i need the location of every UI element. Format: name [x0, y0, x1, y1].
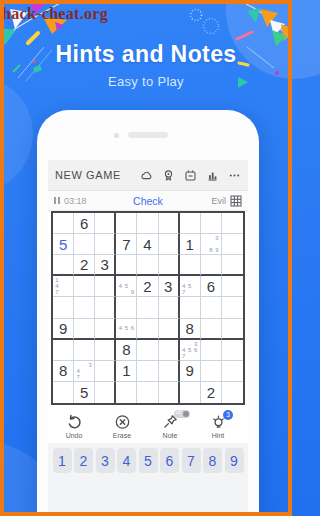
stats-icon[interactable]: [205, 168, 219, 182]
cell-r9c7[interactable]: [180, 382, 201, 403]
timer-value: 03:18: [64, 196, 87, 206]
cell-r1c1[interactable]: [53, 213, 74, 234]
difficulty-label: Evil: [211, 196, 226, 206]
erase-label: Erase: [113, 432, 131, 439]
watermark: hack-cheat.org: [2, 5, 108, 23]
cell-r1c8[interactable]: [201, 213, 222, 234]
numpad-key-5[interactable]: 5: [139, 448, 158, 473]
given-digit: 5: [80, 384, 88, 401]
cell-r4c9[interactable]: [222, 276, 243, 297]
cell-r5c4[interactable]: [116, 297, 137, 318]
hint-button[interactable]: 3 Hint: [200, 414, 236, 439]
cell-r1c3[interactable]: [95, 213, 116, 234]
cell-r8c9[interactable]: [222, 361, 243, 382]
cell-r7c4[interactable]: 8: [116, 340, 137, 361]
cell-r8c1[interactable]: 8: [53, 361, 74, 382]
given-digit: 8: [59, 362, 67, 379]
cell-r3c3[interactable]: 3: [95, 255, 116, 276]
numpad-key-7[interactable]: 7: [182, 448, 201, 473]
pencil-notes: 389: [201, 234, 221, 254]
cell-r6c2[interactable]: [74, 319, 95, 340]
cell-r6c9[interactable]: [222, 319, 243, 340]
cell-r6c1[interactable]: 9: [53, 319, 74, 340]
cell-r3c2[interactable]: 2: [74, 255, 95, 276]
given-digit: 6: [80, 215, 88, 232]
difficulty-selector[interactable]: Evil: [182, 195, 242, 207]
cell-r9c9[interactable]: [222, 382, 243, 403]
status-bar: 03:18 Check Evil: [48, 191, 248, 211]
grid-icon: [230, 195, 242, 207]
cell-r5c7[interactable]: [180, 297, 201, 318]
more-icon[interactable]: [227, 168, 241, 182]
numpad-key-9[interactable]: 9: [225, 448, 244, 473]
given-digit: 1: [186, 236, 194, 253]
erase-icon: [114, 414, 131, 430]
cell-r6c5[interactable]: [137, 319, 158, 340]
cell-r2c6[interactable]: [159, 234, 180, 255]
given-digit: 6: [207, 278, 215, 295]
note-button[interactable]: off Note: [152, 414, 188, 439]
cell-r9c1[interactable]: [53, 382, 74, 403]
camera-dot: [114, 133, 119, 138]
cell-r7c2[interactable]: [74, 340, 95, 361]
numpad-key-1[interactable]: 1: [53, 448, 72, 473]
pencil-notes: 456: [116, 319, 136, 338]
cell-r7c9[interactable]: [222, 340, 243, 361]
app-screen: NEW GAME: [48, 160, 248, 516]
cell-r9c5[interactable]: [137, 382, 158, 403]
cell-r2c7[interactable]: 1: [180, 234, 201, 255]
cell-r8c6[interactable]: [159, 361, 180, 382]
cell-r6c3[interactable]: [95, 319, 116, 340]
given-digit: 4: [143, 236, 151, 253]
pencil-notes: 459: [116, 276, 136, 296]
pause-icon: [54, 197, 60, 204]
cell-r2c3[interactable]: [95, 234, 116, 255]
timer[interactable]: 03:18: [54, 196, 114, 206]
pencil-notes: 147: [53, 276, 73, 296]
numpad-key-2[interactable]: 2: [74, 448, 93, 473]
pencil-notes: 347: [74, 361, 94, 381]
cell-r4c2[interactable]: [74, 276, 95, 297]
cell-r3c1[interactable]: [53, 255, 74, 276]
undo-button[interactable]: Undo: [56, 414, 92, 439]
cell-r1c2[interactable]: 6: [74, 213, 95, 234]
cell-r1c6[interactable]: [159, 213, 180, 234]
numpad-key-4[interactable]: 4: [117, 448, 136, 473]
cell-r1c9[interactable]: [222, 213, 243, 234]
cell-r2c1[interactable]: 5: [53, 234, 74, 255]
given-digit: 8: [186, 320, 194, 337]
page-subtitle: Easy to Play: [0, 74, 292, 89]
cell-r5c8[interactable]: [201, 297, 222, 318]
cell-r5c1[interactable]: [53, 297, 74, 318]
cell-r8c3[interactable]: [95, 361, 116, 382]
note-toggle-knob: [183, 411, 189, 417]
cell-r7c6[interactable]: [159, 340, 180, 361]
pencil-notes: 457: [180, 276, 200, 296]
hint-label: Hint: [212, 432, 224, 439]
cell-r1c7[interactable]: [180, 213, 201, 234]
note-toggle: off: [174, 410, 190, 418]
cell-r6c4[interactable]: 456: [116, 319, 137, 340]
medal-icon[interactable]: [161, 168, 175, 182]
toolbar: Undo Erase off Note 3 Hint: [48, 406, 248, 446]
cell-r2c9[interactable]: [222, 234, 243, 255]
given-digit: 2: [80, 256, 88, 273]
undo-icon: [66, 414, 83, 430]
cell-r1c5[interactable]: [137, 213, 158, 234]
check-button[interactable]: Check: [114, 194, 182, 208]
undo-label: Undo: [66, 432, 83, 439]
cell-r8c7[interactable]: 9: [180, 361, 201, 382]
cell-r4c6[interactable]: 3: [159, 276, 180, 297]
hint-badge: 3: [223, 410, 233, 420]
given-digit: 9: [59, 320, 67, 337]
cell-r5c6[interactable]: [159, 297, 180, 318]
cell-r6c8[interactable]: [201, 319, 222, 340]
given-digit: 1: [122, 362, 130, 379]
cell-r3c6[interactable]: [159, 255, 180, 276]
cell-r1c4[interactable]: [116, 213, 137, 234]
given-digit: 7: [122, 236, 130, 253]
calendar-icon[interactable]: [183, 168, 197, 182]
phone-mockup: NEW GAME: [37, 110, 259, 516]
cell-r5c2[interactable]: [74, 297, 95, 318]
cell-r5c3[interactable]: [95, 297, 116, 318]
entered-digit: 5: [59, 236, 67, 253]
page-title: Hints and Notes: [0, 41, 292, 68]
cell-r6c7[interactable]: 8: [180, 319, 201, 340]
cell-r4c7[interactable]: 457: [180, 276, 201, 297]
cell-r3c9[interactable]: [222, 255, 243, 276]
given-digit: 3: [101, 256, 109, 273]
cell-r9c2[interactable]: 5: [74, 382, 95, 403]
erase-button[interactable]: Erase: [104, 414, 140, 439]
cell-r5c5[interactable]: [137, 297, 158, 318]
cell-r8c4[interactable]: 1: [116, 361, 137, 382]
cell-r2c4[interactable]: 7: [116, 234, 137, 255]
cell-r8c8[interactable]: [201, 361, 222, 382]
cell-r4c1[interactable]: 147: [53, 276, 74, 297]
cell-r2c2[interactable]: [74, 234, 95, 255]
cell-r8c5[interactable]: [137, 361, 158, 382]
cell-r9c4[interactable]: [116, 382, 137, 403]
cell-r7c1[interactable]: [53, 340, 74, 361]
app-header: NEW GAME: [48, 160, 248, 191]
cell-r3c4[interactable]: [116, 255, 137, 276]
given-digit: 9: [186, 362, 194, 379]
cell-r9c8[interactable]: 2: [201, 382, 222, 403]
game-mode-title: NEW GAME: [55, 169, 139, 181]
cell-r3c7[interactable]: [180, 255, 201, 276]
cell-r7c3[interactable]: [95, 340, 116, 361]
cell-r4c8[interactable]: 6: [201, 276, 222, 297]
cell-r3c5[interactable]: [137, 255, 158, 276]
numpad-key-3[interactable]: 3: [96, 448, 115, 473]
cloud-icon[interactable]: [139, 168, 153, 182]
given-digit: 3: [164, 278, 172, 295]
note-toggle-state: off: [175, 411, 181, 416]
given-digit: 2: [207, 384, 215, 401]
cell-r4c3[interactable]: [95, 276, 116, 297]
cell-r9c6[interactable]: [159, 382, 180, 403]
cell-r3c8[interactable]: [201, 255, 222, 276]
cell-r2c8[interactable]: 389: [201, 234, 222, 255]
numpad-key-8[interactable]: 8: [203, 448, 222, 473]
cell-r5c9[interactable]: [222, 297, 243, 318]
pencil-notes: 34567: [180, 340, 200, 360]
numpad-key-6[interactable]: 6: [160, 448, 179, 473]
cell-r7c8[interactable]: [201, 340, 222, 361]
cell-r2c5[interactable]: 4: [137, 234, 158, 255]
cell-r6c6[interactable]: [159, 319, 180, 340]
numpad-panel: 123456789: [48, 443, 248, 516]
note-label: Note: [163, 432, 178, 439]
given-digit: 8: [122, 341, 130, 358]
sudoku-grid: 6574138923147459234576945688345678347195…: [51, 211, 245, 405]
cell-r7c5[interactable]: [137, 340, 158, 361]
cell-r7c7[interactable]: 34567: [180, 340, 201, 361]
cell-r8c2[interactable]: 347: [74, 361, 95, 382]
cell-r9c3[interactable]: [95, 382, 116, 403]
given-digit: 2: [143, 278, 151, 295]
speaker-bar: [128, 132, 168, 138]
cell-r4c5[interactable]: 2: [137, 276, 158, 297]
cell-r4c4[interactable]: 459: [116, 276, 137, 297]
numpad: 123456789: [48, 443, 248, 473]
